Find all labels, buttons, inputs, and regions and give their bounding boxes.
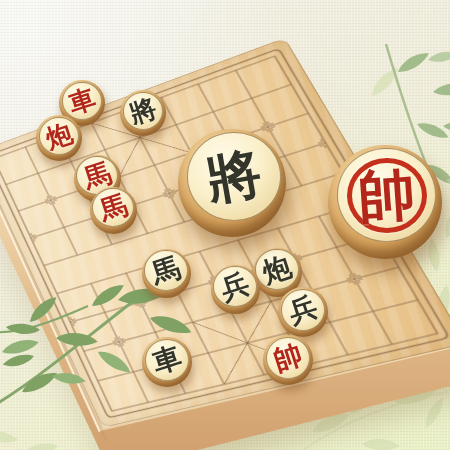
piece-face: 車 (62, 82, 103, 120)
piece-glyph: 兵 (217, 269, 252, 304)
piece-face: 馬 (92, 188, 133, 227)
piece-face: 兵 (213, 266, 256, 307)
piece-glyph: 炮 (259, 252, 294, 287)
piece-face: 車 (145, 339, 189, 381)
piece-glyph: 車 (149, 342, 184, 377)
piece-face: 炮 (255, 249, 298, 290)
piece-red-cannon[interactable]: 炮 (36, 115, 82, 161)
piece-glyph: 帥 (270, 340, 305, 375)
piece-face: 帥 (337, 148, 436, 242)
piece-glyph: 車 (66, 85, 99, 118)
piece-glyph: 帥 (356, 165, 417, 226)
piece-featured-red-general[interactable]: 帥 (328, 145, 442, 259)
piece-glyph: 兵 (285, 292, 320, 327)
piece-red-general[interactable]: 帥 (263, 335, 313, 385)
piece-glyph: 馬 (148, 253, 183, 288)
piece-face: 將 (123, 92, 164, 130)
piece-black-horse[interactable]: 馬 (142, 249, 191, 298)
piece-red-horse-2[interactable]: 馬 (90, 187, 137, 234)
piece-face: 馬 (144, 250, 187, 291)
piece-glyph: 將 (202, 145, 265, 208)
piece-glyph: 將 (127, 95, 160, 128)
piece-glyph: 炮 (43, 120, 76, 153)
piece-face: 帥 (266, 337, 310, 379)
scene: 車將炮馬馬馬炮兵兵車帥將帥 (0, 0, 450, 450)
piece-black-soldier-2[interactable]: 兵 (278, 287, 328, 337)
piece-featured-black-general[interactable]: 將 (178, 129, 286, 237)
piece-face: 炮 (39, 117, 80, 155)
piece-black-soldier-1[interactable]: 兵 (211, 265, 260, 314)
piece-black-general[interactable]: 將 (120, 90, 166, 136)
piece-face: 兵 (281, 289, 325, 331)
piece-face: 將 (187, 132, 281, 221)
piece-glyph: 馬 (96, 191, 130, 225)
piece-black-chariot[interactable]: 車 (142, 337, 192, 387)
